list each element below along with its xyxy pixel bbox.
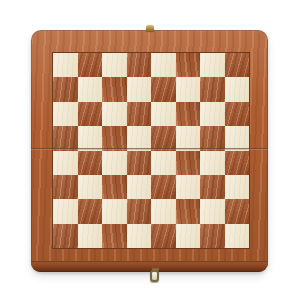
square-f3 xyxy=(176,175,201,199)
square-a7 xyxy=(53,77,78,101)
square-h3 xyxy=(225,175,250,199)
square-d4 xyxy=(127,151,152,175)
square-c5 xyxy=(102,126,127,150)
square-h1 xyxy=(225,224,250,248)
square-g2 xyxy=(200,199,225,223)
fold-seam xyxy=(31,148,268,150)
square-e6 xyxy=(151,102,176,126)
square-b8 xyxy=(78,53,103,77)
square-g5 xyxy=(200,126,225,150)
square-b5 xyxy=(78,126,103,150)
hinge-pin-icon xyxy=(146,25,154,32)
square-a1 xyxy=(53,224,78,248)
square-e4 xyxy=(151,151,176,175)
square-d6 xyxy=(127,102,152,126)
square-c1 xyxy=(102,224,127,248)
square-d7 xyxy=(127,77,152,101)
square-c3 xyxy=(102,175,127,199)
square-a5 xyxy=(53,126,78,150)
square-g8 xyxy=(200,53,225,77)
square-c2 xyxy=(102,199,127,223)
square-h4 xyxy=(225,151,250,175)
square-c7 xyxy=(102,77,127,101)
square-h5 xyxy=(225,126,250,150)
square-f8 xyxy=(176,53,201,77)
square-e2 xyxy=(151,199,176,223)
square-h7 xyxy=(225,77,250,101)
square-f2 xyxy=(176,199,201,223)
square-d5 xyxy=(127,126,152,150)
square-f6 xyxy=(176,102,201,126)
square-h2 xyxy=(225,199,250,223)
square-e1 xyxy=(151,224,176,248)
square-c6 xyxy=(102,102,127,126)
square-d8 xyxy=(127,53,152,77)
clasp-latch-icon xyxy=(150,267,161,284)
square-a2 xyxy=(53,199,78,223)
square-e5 xyxy=(151,126,176,150)
square-f7 xyxy=(176,77,201,101)
square-a3 xyxy=(53,175,78,199)
square-a4 xyxy=(53,151,78,175)
square-g6 xyxy=(200,102,225,126)
square-d2 xyxy=(127,199,152,223)
square-g7 xyxy=(200,77,225,101)
clasp-ring xyxy=(150,270,159,282)
square-e8 xyxy=(151,53,176,77)
square-h6 xyxy=(225,102,250,126)
square-d1 xyxy=(127,224,152,248)
square-b7 xyxy=(78,77,103,101)
square-h8 xyxy=(225,53,250,77)
square-f4 xyxy=(176,151,201,175)
square-e7 xyxy=(151,77,176,101)
chess-board xyxy=(52,52,250,249)
square-b4 xyxy=(78,151,103,175)
square-b6 xyxy=(78,102,103,126)
square-a6 xyxy=(53,102,78,126)
square-b2 xyxy=(78,199,103,223)
square-e3 xyxy=(151,175,176,199)
square-f5 xyxy=(176,126,201,150)
chess-box xyxy=(31,30,268,272)
square-d3 xyxy=(127,175,152,199)
square-g4 xyxy=(200,151,225,175)
square-c4 xyxy=(102,151,127,175)
square-b3 xyxy=(78,175,103,199)
square-f1 xyxy=(176,224,201,248)
product-photo xyxy=(0,0,300,300)
square-a8 xyxy=(53,53,78,77)
square-b1 xyxy=(78,224,103,248)
square-c8 xyxy=(102,53,127,77)
square-g1 xyxy=(200,224,225,248)
square-g3 xyxy=(200,175,225,199)
